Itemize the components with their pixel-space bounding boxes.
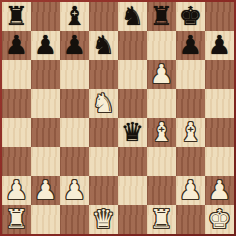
piece-black-king: ♚ — [179, 2, 202, 31]
square-c1[interactable] — [60, 205, 89, 234]
square-e8[interactable]: ♞ — [118, 2, 147, 31]
square-e1[interactable] — [118, 205, 147, 234]
piece-black-knight: ♞ — [121, 2, 144, 31]
square-d4[interactable] — [89, 118, 118, 147]
square-a4[interactable] — [2, 118, 31, 147]
piece-white-rook: ♜ — [150, 205, 173, 234]
square-b1[interactable] — [31, 205, 60, 234]
piece-black-rook: ♜ — [150, 2, 173, 31]
square-f5[interactable] — [147, 89, 176, 118]
square-f7[interactable] — [147, 31, 176, 60]
piece-black-knight: ♞ — [92, 31, 115, 60]
square-b8[interactable] — [31, 2, 60, 31]
square-f8[interactable]: ♜ — [147, 2, 176, 31]
square-h4[interactable] — [205, 118, 234, 147]
square-h7[interactable]: ♟ — [205, 31, 234, 60]
square-d8[interactable] — [89, 2, 118, 31]
square-f6[interactable]: ♟ — [147, 60, 176, 89]
square-h8[interactable] — [205, 2, 234, 31]
square-c7[interactable]: ♟ — [60, 31, 89, 60]
piece-white-king: ♚ — [208, 205, 231, 234]
square-c3[interactable] — [60, 147, 89, 176]
square-e7[interactable] — [118, 31, 147, 60]
square-d3[interactable] — [89, 147, 118, 176]
square-b6[interactable] — [31, 60, 60, 89]
square-a5[interactable] — [2, 89, 31, 118]
square-e6[interactable] — [118, 60, 147, 89]
piece-white-bishop: ♝ — [150, 118, 173, 147]
square-d2[interactable] — [89, 176, 118, 205]
piece-white-rook: ♜ — [5, 205, 28, 234]
piece-white-pawn: ♟ — [179, 176, 202, 205]
square-a2[interactable]: ♟ — [2, 176, 31, 205]
square-e3[interactable] — [118, 147, 147, 176]
square-g5[interactable] — [176, 89, 205, 118]
square-g8[interactable]: ♚ — [176, 2, 205, 31]
piece-white-bishop: ♝ — [179, 118, 202, 147]
piece-white-pawn: ♟ — [150, 60, 173, 89]
square-a8[interactable]: ♜ — [2, 2, 31, 31]
chess-board: ♜♝♞♜♚♟♟♟♞♟♟♟♞♛♝♝♟♟♟♟♟♜♛♜♚ — [2, 2, 234, 234]
square-h6[interactable] — [205, 60, 234, 89]
square-e4[interactable]: ♛ — [118, 118, 147, 147]
square-c6[interactable] — [60, 60, 89, 89]
piece-black-pawn: ♟ — [34, 31, 57, 60]
square-f3[interactable] — [147, 147, 176, 176]
piece-black-pawn: ♟ — [208, 31, 231, 60]
square-f2[interactable] — [147, 176, 176, 205]
piece-black-pawn: ♟ — [179, 31, 202, 60]
square-g6[interactable] — [176, 60, 205, 89]
square-h5[interactable] — [205, 89, 234, 118]
square-f4[interactable]: ♝ — [147, 118, 176, 147]
board-frame: ♜♝♞♜♚♟♟♟♞♟♟♟♞♛♝♝♟♟♟♟♟♜♛♜♚ — [0, 0, 236, 236]
piece-white-pawn: ♟ — [5, 176, 28, 205]
square-d5[interactable]: ♞ — [89, 89, 118, 118]
piece-white-queen: ♛ — [92, 205, 115, 234]
square-b5[interactable] — [31, 89, 60, 118]
square-b3[interactable] — [31, 147, 60, 176]
piece-white-pawn: ♟ — [208, 176, 231, 205]
piece-white-pawn: ♟ — [34, 176, 57, 205]
square-h2[interactable]: ♟ — [205, 176, 234, 205]
piece-black-pawn: ♟ — [5, 31, 28, 60]
square-d1[interactable]: ♛ — [89, 205, 118, 234]
square-d7[interactable]: ♞ — [89, 31, 118, 60]
square-g2[interactable]: ♟ — [176, 176, 205, 205]
square-a6[interactable] — [2, 60, 31, 89]
square-e2[interactable] — [118, 176, 147, 205]
piece-white-knight: ♞ — [92, 89, 115, 118]
square-g4[interactable]: ♝ — [176, 118, 205, 147]
square-c2[interactable]: ♟ — [60, 176, 89, 205]
piece-white-pawn: ♟ — [63, 176, 86, 205]
square-h1[interactable]: ♚ — [205, 205, 234, 234]
square-a3[interactable] — [2, 147, 31, 176]
piece-black-pawn: ♟ — [63, 31, 86, 60]
square-b7[interactable]: ♟ — [31, 31, 60, 60]
square-f1[interactable]: ♜ — [147, 205, 176, 234]
piece-black-queen: ♛ — [121, 118, 144, 147]
square-c4[interactable] — [60, 118, 89, 147]
square-d6[interactable] — [89, 60, 118, 89]
square-e5[interactable] — [118, 89, 147, 118]
square-g3[interactable] — [176, 147, 205, 176]
square-a1[interactable]: ♜ — [2, 205, 31, 234]
square-c8[interactable]: ♝ — [60, 2, 89, 31]
square-g7[interactable]: ♟ — [176, 31, 205, 60]
piece-black-bishop: ♝ — [63, 2, 86, 31]
square-b2[interactable]: ♟ — [31, 176, 60, 205]
piece-black-rook: ♜ — [5, 2, 28, 31]
square-g1[interactable] — [176, 205, 205, 234]
square-h3[interactable] — [205, 147, 234, 176]
square-a7[interactable]: ♟ — [2, 31, 31, 60]
square-c5[interactable] — [60, 89, 89, 118]
square-b4[interactable] — [31, 118, 60, 147]
